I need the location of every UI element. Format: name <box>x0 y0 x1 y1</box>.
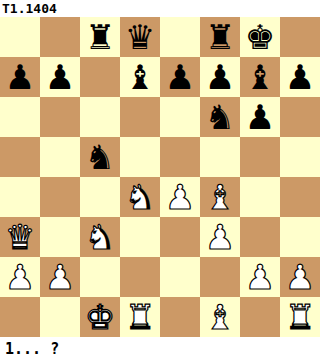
square-d3[interactable] <box>120 217 160 257</box>
square-f2[interactable] <box>200 257 240 297</box>
square-c2[interactable] <box>80 257 120 297</box>
piece-black-knight[interactable]: ♞ <box>200 97 240 137</box>
square-g8[interactable]: ♚ <box>240 17 280 57</box>
move-prompt: 1... ? <box>0 337 320 360</box>
piece-black-pawn[interactable]: ♟ <box>40 57 80 97</box>
square-h3[interactable] <box>280 217 320 257</box>
square-e3[interactable] <box>160 217 200 257</box>
chess-board: ♜♛♜♚♟♟♝♟♟♝♟♞♟♞♞♟♝♛♞♟♟♟♟♟♚♜♝♜ <box>0 17 320 337</box>
square-a6[interactable] <box>0 97 40 137</box>
piece-black-bishop[interactable]: ♝ <box>240 57 280 97</box>
square-e2[interactable] <box>160 257 200 297</box>
piece-white-knight[interactable]: ♞ <box>120 177 160 217</box>
square-f4[interactable]: ♝ <box>200 177 240 217</box>
square-b4[interactable] <box>40 177 80 217</box>
piece-black-pawn[interactable]: ♟ <box>160 57 200 97</box>
piece-white-bishop[interactable]: ♝ <box>200 177 240 217</box>
piece-white-king[interactable]: ♚ <box>80 297 120 337</box>
piece-white-pawn[interactable]: ♟ <box>40 257 80 297</box>
piece-black-bishop[interactable]: ♝ <box>120 57 160 97</box>
square-a4[interactable] <box>0 177 40 217</box>
piece-black-pawn[interactable]: ♟ <box>0 57 40 97</box>
square-c5[interactable]: ♞ <box>80 137 120 177</box>
square-a7[interactable]: ♟ <box>0 57 40 97</box>
square-h8[interactable] <box>280 17 320 57</box>
square-e4[interactable]: ♟ <box>160 177 200 217</box>
square-e5[interactable] <box>160 137 200 177</box>
square-a3[interactable]: ♛ <box>0 217 40 257</box>
square-g6[interactable]: ♟ <box>240 97 280 137</box>
square-h2[interactable]: ♟ <box>280 257 320 297</box>
piece-black-rook[interactable]: ♜ <box>200 17 240 57</box>
square-d8[interactable]: ♛ <box>120 17 160 57</box>
piece-white-queen[interactable]: ♛ <box>0 217 40 257</box>
square-c4[interactable] <box>80 177 120 217</box>
piece-white-pawn[interactable]: ♟ <box>160 177 200 217</box>
square-b8[interactable] <box>40 17 80 57</box>
square-a5[interactable] <box>0 137 40 177</box>
piece-black-rook[interactable]: ♜ <box>80 17 120 57</box>
square-e1[interactable] <box>160 297 200 337</box>
square-e8[interactable] <box>160 17 200 57</box>
piece-white-knight[interactable]: ♞ <box>80 217 120 257</box>
square-h5[interactable] <box>280 137 320 177</box>
square-g3[interactable] <box>240 217 280 257</box>
square-c1[interactable]: ♚ <box>80 297 120 337</box>
square-d2[interactable] <box>120 257 160 297</box>
square-a8[interactable] <box>0 17 40 57</box>
square-h1[interactable]: ♜ <box>280 297 320 337</box>
square-b7[interactable]: ♟ <box>40 57 80 97</box>
piece-white-pawn[interactable]: ♟ <box>0 257 40 297</box>
square-e7[interactable]: ♟ <box>160 57 200 97</box>
piece-white-bishop[interactable]: ♝ <box>200 297 240 337</box>
piece-black-pawn[interactable]: ♟ <box>200 57 240 97</box>
piece-white-pawn[interactable]: ♟ <box>280 257 320 297</box>
piece-white-pawn[interactable]: ♟ <box>200 217 240 257</box>
square-c3[interactable]: ♞ <box>80 217 120 257</box>
square-e6[interactable] <box>160 97 200 137</box>
piece-black-queen[interactable]: ♛ <box>120 17 160 57</box>
piece-black-pawn[interactable]: ♟ <box>240 97 280 137</box>
square-d6[interactable] <box>120 97 160 137</box>
square-c8[interactable]: ♜ <box>80 17 120 57</box>
square-h6[interactable] <box>280 97 320 137</box>
square-b1[interactable] <box>40 297 80 337</box>
square-d1[interactable]: ♜ <box>120 297 160 337</box>
piece-white-rook[interactable]: ♜ <box>120 297 160 337</box>
square-g1[interactable] <box>240 297 280 337</box>
piece-white-rook[interactable]: ♜ <box>280 297 320 337</box>
square-a1[interactable] <box>0 297 40 337</box>
piece-black-knight[interactable]: ♞ <box>80 137 120 177</box>
square-f6[interactable]: ♞ <box>200 97 240 137</box>
square-d7[interactable]: ♝ <box>120 57 160 97</box>
piece-black-king[interactable]: ♚ <box>240 17 280 57</box>
square-b6[interactable] <box>40 97 80 137</box>
square-g5[interactable] <box>240 137 280 177</box>
square-g2[interactable]: ♟ <box>240 257 280 297</box>
square-h4[interactable] <box>280 177 320 217</box>
square-c7[interactable] <box>80 57 120 97</box>
square-f5[interactable] <box>200 137 240 177</box>
square-f8[interactable]: ♜ <box>200 17 240 57</box>
piece-white-pawn[interactable]: ♟ <box>240 257 280 297</box>
square-b3[interactable] <box>40 217 80 257</box>
square-b2[interactable]: ♟ <box>40 257 80 297</box>
square-b5[interactable] <box>40 137 80 177</box>
square-f1[interactable]: ♝ <box>200 297 240 337</box>
piece-black-pawn[interactable]: ♟ <box>280 57 320 97</box>
square-g4[interactable] <box>240 177 280 217</box>
square-g7[interactable]: ♝ <box>240 57 280 97</box>
puzzle-title: T1.1404 <box>0 0 320 17</box>
square-d5[interactable] <box>120 137 160 177</box>
square-a2[interactable]: ♟ <box>0 257 40 297</box>
square-h7[interactable]: ♟ <box>280 57 320 97</box>
square-d4[interactable]: ♞ <box>120 177 160 217</box>
square-f7[interactable]: ♟ <box>200 57 240 97</box>
square-c6[interactable] <box>80 97 120 137</box>
square-f3[interactable]: ♟ <box>200 217 240 257</box>
